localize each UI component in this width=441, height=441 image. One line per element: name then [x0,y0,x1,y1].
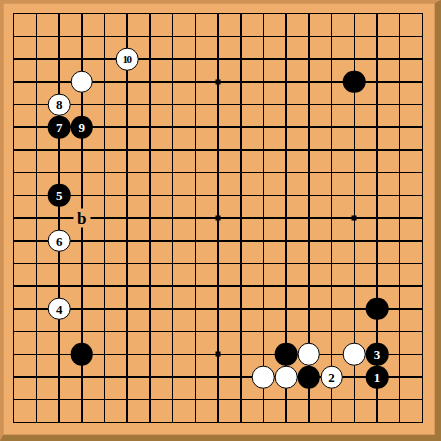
stone-black-D14: 9 [71,116,94,139]
stone-black-D4 [71,343,94,366]
stone-black-R3: 1 [366,366,389,389]
board-inner: 10879564231b [3,3,435,435]
star-point [216,79,221,84]
star-point [216,216,221,221]
go-diagram: 10879564231b [0,0,441,441]
stone-white-O4 [298,343,321,366]
star-point [352,216,357,221]
stone-white-D16 [71,71,94,94]
go-board[interactable]: 10879564231b [0,0,441,441]
stone-black-N4 [275,343,298,366]
stone-white-C6: 4 [48,298,71,321]
stone-white-C9: 6 [48,229,71,252]
stone-black-C14: 7 [48,116,71,139]
stone-white-N3 [275,366,298,389]
stone-white-P3: 2 [320,366,343,389]
stone-white-Q4 [343,343,366,366]
stone-black-C11: 5 [48,184,71,207]
stone-white-F17: 10 [116,48,139,71]
marker-b-D10: b [73,209,90,228]
stone-white-C15: 8 [48,93,71,116]
stone-black-R4: 3 [366,343,389,366]
star-point [216,352,221,357]
stone-black-Q16 [343,71,366,94]
stone-white-M3 [252,366,275,389]
stone-black-R6 [366,298,389,321]
stone-black-O3 [298,366,321,389]
